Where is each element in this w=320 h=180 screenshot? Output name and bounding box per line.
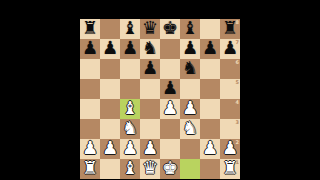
square-b7[interactable]: ♟ bbox=[100, 39, 120, 59]
square-h4[interactable]: 4 bbox=[220, 99, 240, 119]
square-h8[interactable]: ♜8 bbox=[220, 19, 240, 39]
piece-black-pawn[interactable]: ♟ bbox=[202, 38, 218, 58]
square-c8[interactable]: ♝ bbox=[120, 19, 140, 39]
piece-white-knight[interactable]: ♞ bbox=[122, 118, 138, 138]
piece-black-pawn[interactable]: ♟ bbox=[182, 38, 198, 58]
square-e6[interactable] bbox=[160, 59, 180, 79]
square-b1[interactable] bbox=[100, 159, 120, 179]
letterbox-background: ♜♝♛♚♝♜8♟♟♟♞♟♟♟7♟♞6♟5♝♟♟4♞♞3♟♟♟♟♟♟2♜♝♛♚♜1 bbox=[0, 0, 320, 180]
chess-board: ♜♝♛♚♝♜8♟♟♟♞♟♟♟7♟♞6♟5♝♟♟4♞♞3♟♟♟♟♟♟2♜♝♛♚♜1 bbox=[80, 19, 240, 179]
square-c2[interactable]: ♟ bbox=[120, 139, 140, 159]
square-d3[interactable] bbox=[140, 119, 160, 139]
square-e8[interactable]: ♚ bbox=[160, 19, 180, 39]
piece-white-bishop[interactable]: ♝ bbox=[122, 98, 138, 118]
square-e1[interactable]: ♚ bbox=[160, 159, 180, 179]
piece-white-pawn[interactable]: ♟ bbox=[82, 138, 98, 158]
square-c3[interactable]: ♞ bbox=[120, 119, 140, 139]
square-a7[interactable]: ♟ bbox=[80, 39, 100, 59]
square-b2[interactable]: ♟ bbox=[100, 139, 120, 159]
piece-white-king[interactable]: ♚ bbox=[162, 158, 178, 178]
square-e2[interactable] bbox=[160, 139, 180, 159]
rank-label: 5 bbox=[236, 79, 239, 85]
piece-white-knight[interactable]: ♞ bbox=[182, 118, 198, 138]
rank-label: 4 bbox=[236, 99, 239, 105]
square-f3[interactable]: ♞ bbox=[180, 119, 200, 139]
square-h6[interactable]: 6 bbox=[220, 59, 240, 79]
square-f1[interactable] bbox=[180, 159, 200, 179]
piece-black-king[interactable]: ♚ bbox=[162, 18, 178, 38]
square-d6[interactable]: ♟ bbox=[140, 59, 160, 79]
square-g4[interactable] bbox=[200, 99, 220, 119]
square-b5[interactable] bbox=[100, 79, 120, 99]
square-g1[interactable] bbox=[200, 159, 220, 179]
square-h3[interactable]: 3 bbox=[220, 119, 240, 139]
piece-black-pawn[interactable]: ♟ bbox=[122, 38, 138, 58]
square-d8[interactable]: ♛ bbox=[140, 19, 160, 39]
square-c6[interactable] bbox=[120, 59, 140, 79]
square-b3[interactable] bbox=[100, 119, 120, 139]
square-d4[interactable] bbox=[140, 99, 160, 119]
square-g2[interactable]: ♟ bbox=[200, 139, 220, 159]
square-d1[interactable]: ♛ bbox=[140, 159, 160, 179]
square-h5[interactable]: 5 bbox=[220, 79, 240, 99]
piece-black-pawn[interactable]: ♟ bbox=[162, 78, 178, 98]
square-f6[interactable]: ♞ bbox=[180, 59, 200, 79]
square-c7[interactable]: ♟ bbox=[120, 39, 140, 59]
square-g5[interactable] bbox=[200, 79, 220, 99]
piece-white-pawn[interactable]: ♟ bbox=[182, 98, 198, 118]
square-f4[interactable]: ♟ bbox=[180, 99, 200, 119]
piece-black-knight[interactable]: ♞ bbox=[142, 38, 158, 58]
piece-black-rook[interactable]: ♜ bbox=[82, 18, 98, 38]
piece-white-pawn[interactable]: ♟ bbox=[162, 98, 178, 118]
square-a4[interactable] bbox=[80, 99, 100, 119]
piece-white-rook[interactable]: ♜ bbox=[222, 158, 238, 178]
piece-white-pawn[interactable]: ♟ bbox=[202, 138, 218, 158]
square-g3[interactable] bbox=[200, 119, 220, 139]
square-a8[interactable]: ♜ bbox=[80, 19, 100, 39]
square-a2[interactable]: ♟ bbox=[80, 139, 100, 159]
piece-black-queen[interactable]: ♛ bbox=[142, 18, 158, 38]
square-b8[interactable] bbox=[100, 19, 120, 39]
square-h1[interactable]: ♜1 bbox=[220, 159, 240, 179]
square-e3[interactable] bbox=[160, 119, 180, 139]
square-a3[interactable] bbox=[80, 119, 100, 139]
square-e4[interactable]: ♟ bbox=[160, 99, 180, 119]
piece-black-rook[interactable]: ♜ bbox=[222, 18, 238, 38]
square-f8[interactable]: ♝ bbox=[180, 19, 200, 39]
square-f7[interactable]: ♟ bbox=[180, 39, 200, 59]
square-b6[interactable] bbox=[100, 59, 120, 79]
square-d2[interactable]: ♟ bbox=[140, 139, 160, 159]
piece-black-knight[interactable]: ♞ bbox=[182, 58, 198, 78]
piece-black-pawn[interactable]: ♟ bbox=[102, 38, 118, 58]
piece-black-bishop[interactable]: ♝ bbox=[182, 18, 198, 38]
piece-white-rook[interactable]: ♜ bbox=[82, 158, 98, 178]
rank-label: 3 bbox=[236, 119, 239, 125]
piece-white-pawn[interactable]: ♟ bbox=[222, 138, 238, 158]
piece-white-pawn[interactable]: ♟ bbox=[102, 138, 118, 158]
square-c1[interactable]: ♝ bbox=[120, 159, 140, 179]
square-a6[interactable] bbox=[80, 59, 100, 79]
piece-white-pawn[interactable]: ♟ bbox=[122, 138, 138, 158]
piece-white-bishop[interactable]: ♝ bbox=[122, 158, 138, 178]
square-e7[interactable] bbox=[160, 39, 180, 59]
square-g6[interactable] bbox=[200, 59, 220, 79]
square-h2[interactable]: ♟2 bbox=[220, 139, 240, 159]
piece-black-bishop[interactable]: ♝ bbox=[122, 18, 138, 38]
square-c5[interactable] bbox=[120, 79, 140, 99]
piece-white-queen[interactable]: ♛ bbox=[142, 158, 158, 178]
square-b4[interactable] bbox=[100, 99, 120, 119]
rank-label: 6 bbox=[236, 59, 239, 65]
piece-black-pawn[interactable]: ♟ bbox=[142, 58, 158, 78]
piece-black-pawn[interactable]: ♟ bbox=[222, 38, 238, 58]
square-f2[interactable] bbox=[180, 139, 200, 159]
square-c4[interactable]: ♝ bbox=[120, 99, 140, 119]
square-g8[interactable] bbox=[200, 19, 220, 39]
piece-black-pawn[interactable]: ♟ bbox=[82, 38, 98, 58]
square-a5[interactable] bbox=[80, 79, 100, 99]
piece-white-pawn[interactable]: ♟ bbox=[142, 138, 158, 158]
square-a1[interactable]: ♜ bbox=[80, 159, 100, 179]
square-d5[interactable] bbox=[140, 79, 160, 99]
square-h7[interactable]: ♟7 bbox=[220, 39, 240, 59]
square-e5[interactable]: ♟ bbox=[160, 79, 180, 99]
square-d7[interactable]: ♞ bbox=[140, 39, 160, 59]
square-g7[interactable]: ♟ bbox=[200, 39, 220, 59]
square-f5[interactable] bbox=[180, 79, 200, 99]
